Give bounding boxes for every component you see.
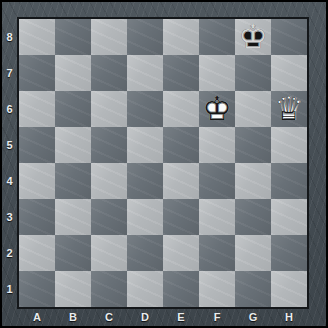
file-label-g: G: [235, 309, 271, 325]
pieces-layer: ♚♔♚♔♛♕: [19, 19, 307, 307]
rank-label-5: 5: [2, 127, 17, 163]
rank-label-7: 7: [2, 55, 17, 91]
chess-board-window: 87654321 ABCDEFGH ♚♔♚♔♛♕: [0, 0, 328, 328]
file-label-a: A: [19, 309, 55, 325]
file-label-c: C: [91, 309, 127, 325]
file-label-h: H: [271, 309, 307, 325]
white-king[interactable]: ♚♔: [199, 91, 235, 127]
file-label-e: E: [163, 309, 199, 325]
white-queen[interactable]: ♛♕: [271, 91, 307, 127]
file-label-f: F: [199, 309, 235, 325]
rank-label-6: 6: [2, 91, 17, 127]
black-king[interactable]: ♚♔: [235, 19, 271, 55]
rank-label-3: 3: [2, 199, 17, 235]
white-king-outline: ♔: [199, 91, 235, 127]
rank-label-2: 2: [2, 235, 17, 271]
file-label-d: D: [127, 309, 163, 325]
chess-board: ♚♔♚♔♛♕: [17, 17, 309, 309]
white-queen-outline: ♕: [271, 91, 307, 127]
black-king-outline: ♔: [235, 19, 271, 55]
file-label-b: B: [55, 309, 91, 325]
rank-label-8: 8: [2, 19, 17, 55]
rank-label-1: 1: [2, 271, 17, 307]
rank-label-4: 4: [2, 163, 17, 199]
